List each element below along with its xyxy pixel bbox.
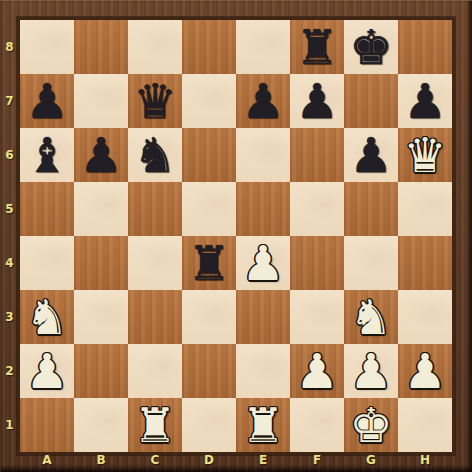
piece-black-knight[interactable]: ♞ bbox=[133, 128, 176, 182]
piece-white-pawn[interactable]: ♟ bbox=[349, 344, 392, 398]
piece-black-pawn[interactable]: ♟ bbox=[403, 74, 446, 128]
square-e7[interactable]: ♟ bbox=[236, 74, 290, 128]
rank-label-2: 2 bbox=[0, 344, 19, 398]
piece-white-pawn[interactable]: ♟ bbox=[295, 344, 338, 398]
square-a1[interactable] bbox=[20, 398, 74, 452]
square-f1[interactable] bbox=[290, 398, 344, 452]
square-e8[interactable] bbox=[236, 20, 290, 74]
piece-white-rook[interactable]: ♜ bbox=[241, 398, 284, 452]
board: ♜♚♟♛♟♟♟♝♟♞♟♛♜♟♞♞♟♟♟♟♜♜♚ bbox=[20, 20, 452, 452]
square-g5[interactable] bbox=[344, 182, 398, 236]
square-e3[interactable] bbox=[236, 290, 290, 344]
rank-label-5: 5 bbox=[0, 182, 19, 236]
piece-white-pawn[interactable]: ♟ bbox=[403, 344, 446, 398]
square-e6[interactable] bbox=[236, 128, 290, 182]
square-h7[interactable]: ♟ bbox=[398, 74, 452, 128]
square-c1[interactable]: ♜ bbox=[128, 398, 182, 452]
square-g4[interactable] bbox=[344, 236, 398, 290]
square-b5[interactable] bbox=[74, 182, 128, 236]
square-d2[interactable] bbox=[182, 344, 236, 398]
square-g6[interactable]: ♟ bbox=[344, 128, 398, 182]
square-d1[interactable] bbox=[182, 398, 236, 452]
square-e1[interactable]: ♜ bbox=[236, 398, 290, 452]
square-g3[interactable]: ♞ bbox=[344, 290, 398, 344]
square-b4[interactable] bbox=[74, 236, 128, 290]
square-d8[interactable] bbox=[182, 20, 236, 74]
rank-label-1: 1 bbox=[0, 398, 19, 452]
file-label-a: A bbox=[20, 452, 74, 471]
square-c5[interactable] bbox=[128, 182, 182, 236]
square-h5[interactable] bbox=[398, 182, 452, 236]
rank-label-7: 7 bbox=[0, 74, 19, 128]
square-h1[interactable] bbox=[398, 398, 452, 452]
square-f2[interactable]: ♟ bbox=[290, 344, 344, 398]
square-g2[interactable]: ♟ bbox=[344, 344, 398, 398]
chessboard-frame: ♜♚♟♛♟♟♟♝♟♞♟♛♜♟♞♞♟♟♟♟♜♜♚ 87654321 ABCDEFG… bbox=[0, 0, 472, 472]
piece-white-queen[interactable]: ♛ bbox=[403, 128, 446, 182]
square-a5[interactable] bbox=[20, 182, 74, 236]
square-a6[interactable]: ♝ bbox=[20, 128, 74, 182]
square-c8[interactable] bbox=[128, 20, 182, 74]
square-e2[interactable] bbox=[236, 344, 290, 398]
file-label-h: H bbox=[398, 452, 452, 471]
piece-black-rook[interactable]: ♜ bbox=[187, 236, 230, 290]
rank-label-3: 3 bbox=[0, 290, 19, 344]
square-g1[interactable]: ♚ bbox=[344, 398, 398, 452]
rank-labels: 87654321 bbox=[0, 20, 20, 452]
file-label-f: F bbox=[290, 452, 344, 471]
rank-label-4: 4 bbox=[0, 236, 19, 290]
square-c4[interactable] bbox=[128, 236, 182, 290]
square-a8[interactable] bbox=[20, 20, 74, 74]
file-label-d: D bbox=[182, 452, 236, 471]
piece-white-pawn[interactable]: ♟ bbox=[25, 344, 68, 398]
piece-white-pawn[interactable]: ♟ bbox=[241, 236, 284, 290]
piece-white-knight[interactable]: ♞ bbox=[25, 290, 68, 344]
piece-black-queen[interactable]: ♛ bbox=[133, 74, 176, 128]
square-d7[interactable] bbox=[182, 74, 236, 128]
square-f7[interactable]: ♟ bbox=[290, 74, 344, 128]
square-c6[interactable]: ♞ bbox=[128, 128, 182, 182]
square-e5[interactable] bbox=[236, 182, 290, 236]
rank-label-6: 6 bbox=[0, 128, 19, 182]
square-c3[interactable] bbox=[128, 290, 182, 344]
square-b3[interactable] bbox=[74, 290, 128, 344]
square-b7[interactable] bbox=[74, 74, 128, 128]
piece-white-knight[interactable]: ♞ bbox=[349, 290, 392, 344]
square-b1[interactable] bbox=[74, 398, 128, 452]
rank-label-8: 8 bbox=[0, 20, 19, 74]
square-e4[interactable]: ♟ bbox=[236, 236, 290, 290]
piece-black-bishop[interactable]: ♝ bbox=[25, 128, 68, 182]
piece-black-rook[interactable]: ♜ bbox=[295, 20, 338, 74]
square-c2[interactable] bbox=[128, 344, 182, 398]
square-f3[interactable] bbox=[290, 290, 344, 344]
square-g7[interactable] bbox=[344, 74, 398, 128]
file-label-e: E bbox=[236, 452, 290, 471]
piece-black-pawn[interactable]: ♟ bbox=[241, 74, 284, 128]
square-d5[interactable] bbox=[182, 182, 236, 236]
square-d4[interactable]: ♜ bbox=[182, 236, 236, 290]
file-label-c: C bbox=[128, 452, 182, 471]
square-b6[interactable]: ♟ bbox=[74, 128, 128, 182]
square-f6[interactable] bbox=[290, 128, 344, 182]
square-c7[interactable]: ♛ bbox=[128, 74, 182, 128]
square-a7[interactable]: ♟ bbox=[20, 74, 74, 128]
square-h4[interactable] bbox=[398, 236, 452, 290]
piece-white-king[interactable]: ♚ bbox=[349, 398, 392, 452]
piece-black-pawn[interactable]: ♟ bbox=[349, 128, 392, 182]
square-a3[interactable]: ♞ bbox=[20, 290, 74, 344]
square-b2[interactable] bbox=[74, 344, 128, 398]
square-g8[interactable]: ♚ bbox=[344, 20, 398, 74]
piece-white-rook[interactable]: ♜ bbox=[133, 398, 176, 452]
square-h2[interactable]: ♟ bbox=[398, 344, 452, 398]
square-b8[interactable] bbox=[74, 20, 128, 74]
square-a4[interactable] bbox=[20, 236, 74, 290]
square-f5[interactable] bbox=[290, 182, 344, 236]
square-d6[interactable] bbox=[182, 128, 236, 182]
square-h6[interactable]: ♛ bbox=[398, 128, 452, 182]
square-f4[interactable] bbox=[290, 236, 344, 290]
square-h8[interactable] bbox=[398, 20, 452, 74]
square-a2[interactable]: ♟ bbox=[20, 344, 74, 398]
file-label-b: B bbox=[74, 452, 128, 471]
square-f8[interactable]: ♜ bbox=[290, 20, 344, 74]
file-label-g: G bbox=[344, 452, 398, 471]
piece-black-pawn[interactable]: ♟ bbox=[79, 128, 122, 182]
piece-black-pawn[interactable]: ♟ bbox=[25, 74, 68, 128]
piece-black-pawn[interactable]: ♟ bbox=[295, 74, 338, 128]
file-labels: ABCDEFGH bbox=[20, 452, 452, 472]
piece-black-king[interactable]: ♚ bbox=[349, 20, 392, 74]
square-d3[interactable] bbox=[182, 290, 236, 344]
square-h3[interactable] bbox=[398, 290, 452, 344]
